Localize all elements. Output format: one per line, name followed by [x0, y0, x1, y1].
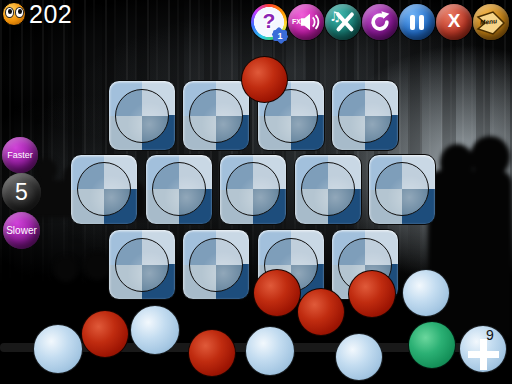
ball-lightblue[interactable]	[245, 326, 295, 376]
faster-button[interactable]: Faster	[2, 137, 38, 173]
ball-red[interactable]	[81, 310, 129, 358]
close-button[interactable]: X	[436, 4, 472, 40]
add-balls-button[interactable]: 9	[459, 325, 507, 373]
menu-button[interactable]: Menu	[473, 4, 509, 40]
speed-value: 5	[2, 173, 41, 212]
sound-fx-button[interactable]: FX	[288, 4, 324, 40]
ball-green[interactable]	[408, 321, 456, 369]
circular-arrow-icon	[367, 9, 393, 35]
balls-remaining-count: 9	[486, 327, 494, 343]
close-x-icon: X	[448, 10, 461, 32]
ball-lightblue[interactable]	[130, 305, 180, 355]
ball-lightblue[interactable]	[402, 269, 450, 317]
pause-button[interactable]	[399, 4, 435, 40]
score-value: 202	[29, 0, 72, 29]
game-screen: 9 202 ? 1 FX ♫	[0, 0, 512, 384]
ball-red[interactable]	[253, 269, 301, 317]
eyes-logo-icon	[2, 2, 26, 26]
moving-ball-red[interactable]	[241, 56, 288, 103]
slower-button[interactable]: Slower	[3, 212, 40, 249]
pause-icon	[419, 15, 424, 30]
restart-button[interactable]	[362, 4, 398, 40]
hint-button[interactable]: ? 1	[251, 4, 287, 40]
ball-red[interactable]	[297, 288, 345, 336]
ball-lightblue[interactable]	[33, 324, 83, 374]
ball-red[interactable]	[348, 270, 396, 318]
music-off-button[interactable]: ♫	[325, 4, 361, 40]
plus-icon	[480, 339, 487, 370]
toolbar: ? 1 FX ♫	[251, 4, 509, 40]
hint-count-badge: 1	[270, 27, 290, 44]
balls-layer	[0, 0, 512, 384]
speaker-icon	[299, 11, 321, 33]
ball-lightblue[interactable]	[335, 333, 383, 381]
ball-red[interactable]	[188, 329, 236, 377]
pause-icon	[410, 15, 415, 30]
